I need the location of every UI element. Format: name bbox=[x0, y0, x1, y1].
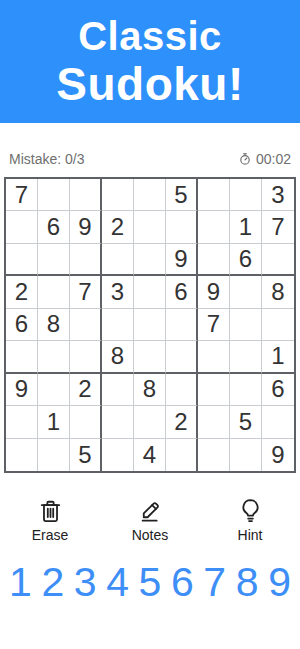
cell-r2c7[interactable] bbox=[198, 211, 230, 243]
cell-r1c4[interactable] bbox=[102, 179, 134, 211]
numpad-5[interactable]: 5 bbox=[139, 559, 162, 605]
hint-button[interactable]: Hint bbox=[214, 497, 286, 543]
cell-r8c6[interactable]: 2 bbox=[166, 406, 198, 438]
timer-value: 00:02 bbox=[256, 151, 291, 167]
cell-r8c2[interactable]: 1 bbox=[38, 406, 70, 438]
cell-r3c8[interactable]: 6 bbox=[230, 244, 262, 276]
sudoku-grid: 7536921796273698687819286125549 bbox=[4, 177, 296, 473]
cell-r5c9[interactable] bbox=[262, 309, 294, 341]
cell-r1c7[interactable] bbox=[198, 179, 230, 211]
cell-r4c6[interactable]: 6 bbox=[166, 276, 198, 308]
cell-r8c3[interactable] bbox=[70, 406, 102, 438]
cell-r3c9[interactable] bbox=[262, 244, 294, 276]
cell-r7c1[interactable]: 9 bbox=[6, 374, 38, 406]
cell-r7c6[interactable] bbox=[166, 374, 198, 406]
cell-r5c4[interactable] bbox=[102, 309, 134, 341]
erase-button[interactable]: Erase bbox=[14, 497, 86, 543]
cell-r6c6[interactable] bbox=[166, 341, 198, 373]
cell-r4c1[interactable]: 2 bbox=[6, 276, 38, 308]
numpad-4[interactable]: 4 bbox=[106, 559, 129, 605]
hint-label: Hint bbox=[238, 527, 263, 543]
cell-r6c2[interactable] bbox=[38, 341, 70, 373]
cell-r5c8[interactable] bbox=[230, 309, 262, 341]
cell-r6c9[interactable]: 1 bbox=[262, 341, 294, 373]
cell-r3c7[interactable] bbox=[198, 244, 230, 276]
cell-r5c1[interactable]: 6 bbox=[6, 309, 38, 341]
lightbulb-icon bbox=[237, 497, 264, 524]
erase-label: Erase bbox=[32, 527, 69, 543]
cell-r7c2[interactable] bbox=[38, 374, 70, 406]
cell-r1c1[interactable]: 7 bbox=[6, 179, 38, 211]
cell-r2c9[interactable]: 7 bbox=[262, 211, 294, 243]
cell-r7c9[interactable]: 6 bbox=[262, 374, 294, 406]
cell-r9c4[interactable] bbox=[102, 439, 134, 471]
cell-r4c5[interactable] bbox=[134, 276, 166, 308]
cell-r4c3[interactable]: 7 bbox=[70, 276, 102, 308]
numpad-3[interactable]: 3 bbox=[74, 559, 97, 605]
cell-r5c5[interactable] bbox=[134, 309, 166, 341]
cell-r9c6[interactable] bbox=[166, 439, 198, 471]
cell-r2c3[interactable]: 9 bbox=[70, 211, 102, 243]
cell-r1c9[interactable]: 3 bbox=[262, 179, 294, 211]
cell-r6c5[interactable] bbox=[134, 341, 166, 373]
cell-r6c1[interactable] bbox=[6, 341, 38, 373]
cell-r9c9[interactable]: 9 bbox=[262, 439, 294, 471]
cell-r3c6[interactable]: 9 bbox=[166, 244, 198, 276]
cell-r1c6[interactable]: 5 bbox=[166, 179, 198, 211]
stopwatch-icon bbox=[238, 152, 252, 166]
cell-r3c3[interactable] bbox=[70, 244, 102, 276]
cell-r7c7[interactable] bbox=[198, 374, 230, 406]
mistake-counter: Mistake: 0/3 bbox=[9, 151, 84, 167]
notes-label: Notes bbox=[132, 527, 169, 543]
cell-r4c7[interactable]: 9 bbox=[198, 276, 230, 308]
cell-r2c4[interactable]: 2 bbox=[102, 211, 134, 243]
numpad-1[interactable]: 1 bbox=[9, 559, 32, 605]
cell-r9c3[interactable]: 5 bbox=[70, 439, 102, 471]
title-line-2: Sudoku! bbox=[56, 58, 243, 110]
cell-r4c9[interactable]: 8 bbox=[262, 276, 294, 308]
cell-r4c4[interactable]: 3 bbox=[102, 276, 134, 308]
cell-r9c8[interactable] bbox=[230, 439, 262, 471]
cell-r2c8[interactable]: 1 bbox=[230, 211, 262, 243]
cell-r8c7[interactable] bbox=[198, 406, 230, 438]
numpad-8[interactable]: 8 bbox=[236, 559, 259, 605]
cell-r8c8[interactable]: 5 bbox=[230, 406, 262, 438]
cell-r7c4[interactable] bbox=[102, 374, 134, 406]
number-pad: 1 2 3 4 5 6 7 8 9 bbox=[0, 559, 300, 605]
cell-r8c9[interactable] bbox=[262, 406, 294, 438]
cell-r9c2[interactable] bbox=[38, 439, 70, 471]
cell-r7c5[interactable]: 8 bbox=[134, 374, 166, 406]
title-line-1: Classic bbox=[78, 14, 222, 58]
timer: 00:02 bbox=[238, 151, 291, 167]
cell-r8c5[interactable] bbox=[134, 406, 166, 438]
cell-r2c2[interactable]: 6 bbox=[38, 211, 70, 243]
cell-r1c8[interactable] bbox=[230, 179, 262, 211]
cell-r1c2[interactable] bbox=[38, 179, 70, 211]
cell-r9c5[interactable]: 4 bbox=[134, 439, 166, 471]
cell-r3c1[interactable] bbox=[6, 244, 38, 276]
cell-r6c4[interactable]: 8 bbox=[102, 341, 134, 373]
cell-r5c2[interactable]: 8 bbox=[38, 309, 70, 341]
numpad-9[interactable]: 9 bbox=[268, 559, 291, 605]
cell-r6c8[interactable] bbox=[230, 341, 262, 373]
cell-r7c3[interactable]: 2 bbox=[70, 374, 102, 406]
cell-r3c4[interactable] bbox=[102, 244, 134, 276]
status-bar: Mistake: 0/3 00:02 bbox=[0, 150, 300, 167]
cell-r2c5[interactable] bbox=[134, 211, 166, 243]
cell-r3c5[interactable] bbox=[134, 244, 166, 276]
pencil-icon bbox=[137, 497, 164, 524]
cell-r8c4[interactable] bbox=[102, 406, 134, 438]
notes-button[interactable]: Notes bbox=[114, 497, 186, 543]
cell-r9c7[interactable] bbox=[198, 439, 230, 471]
cell-r8c1[interactable] bbox=[6, 406, 38, 438]
numpad-7[interactable]: 7 bbox=[203, 559, 226, 605]
trash-icon bbox=[37, 497, 64, 524]
numpad-2[interactable]: 2 bbox=[41, 559, 64, 605]
cell-r6c3[interactable] bbox=[70, 341, 102, 373]
cell-r5c6[interactable] bbox=[166, 309, 198, 341]
cell-r2c6[interactable] bbox=[166, 211, 198, 243]
app-header: Classic Sudoku! bbox=[0, 0, 300, 123]
numpad-6[interactable]: 6 bbox=[171, 559, 194, 605]
toolbar: Erase Notes Hint bbox=[0, 497, 300, 543]
cell-r6c7[interactable] bbox=[198, 341, 230, 373]
cell-r5c3[interactable] bbox=[70, 309, 102, 341]
cell-r4c2[interactable] bbox=[38, 276, 70, 308]
cell-r2c1[interactable] bbox=[6, 211, 38, 243]
cell-r4c8[interactable] bbox=[230, 276, 262, 308]
cell-r9c1[interactable] bbox=[6, 439, 38, 471]
cell-r3c2[interactable] bbox=[38, 244, 70, 276]
cell-r7c8[interactable] bbox=[230, 374, 262, 406]
cell-r5c7[interactable]: 7 bbox=[198, 309, 230, 341]
cell-r1c5[interactable] bbox=[134, 179, 166, 211]
cell-r1c3[interactable] bbox=[70, 179, 102, 211]
